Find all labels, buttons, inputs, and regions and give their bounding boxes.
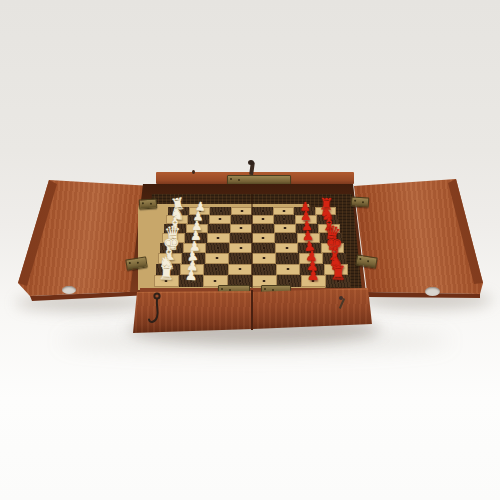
pieces-layer: ♜♟♟♜♞♟♟♞♝♟♟♝♛♟♟♛♚♟♟♚♝♟♟♝♞♟♟♞♜♟♟♜ bbox=[0, 0, 500, 500]
white-r-piece-h1: ♜ bbox=[158, 264, 176, 284]
red-r-piece-h8: ♜ bbox=[329, 264, 346, 283]
red-p-piece-h7: ♟ bbox=[307, 269, 320, 283]
white-p-piece-h2: ♟ bbox=[184, 269, 197, 283]
photo-scene: ♜♟♟♜♞♟♟♞♝♟♟♝♛♟♟♛♚♟♟♚♝♟♟♝♞♟♟♞♜♟♟♜ bbox=[0, 0, 500, 500]
